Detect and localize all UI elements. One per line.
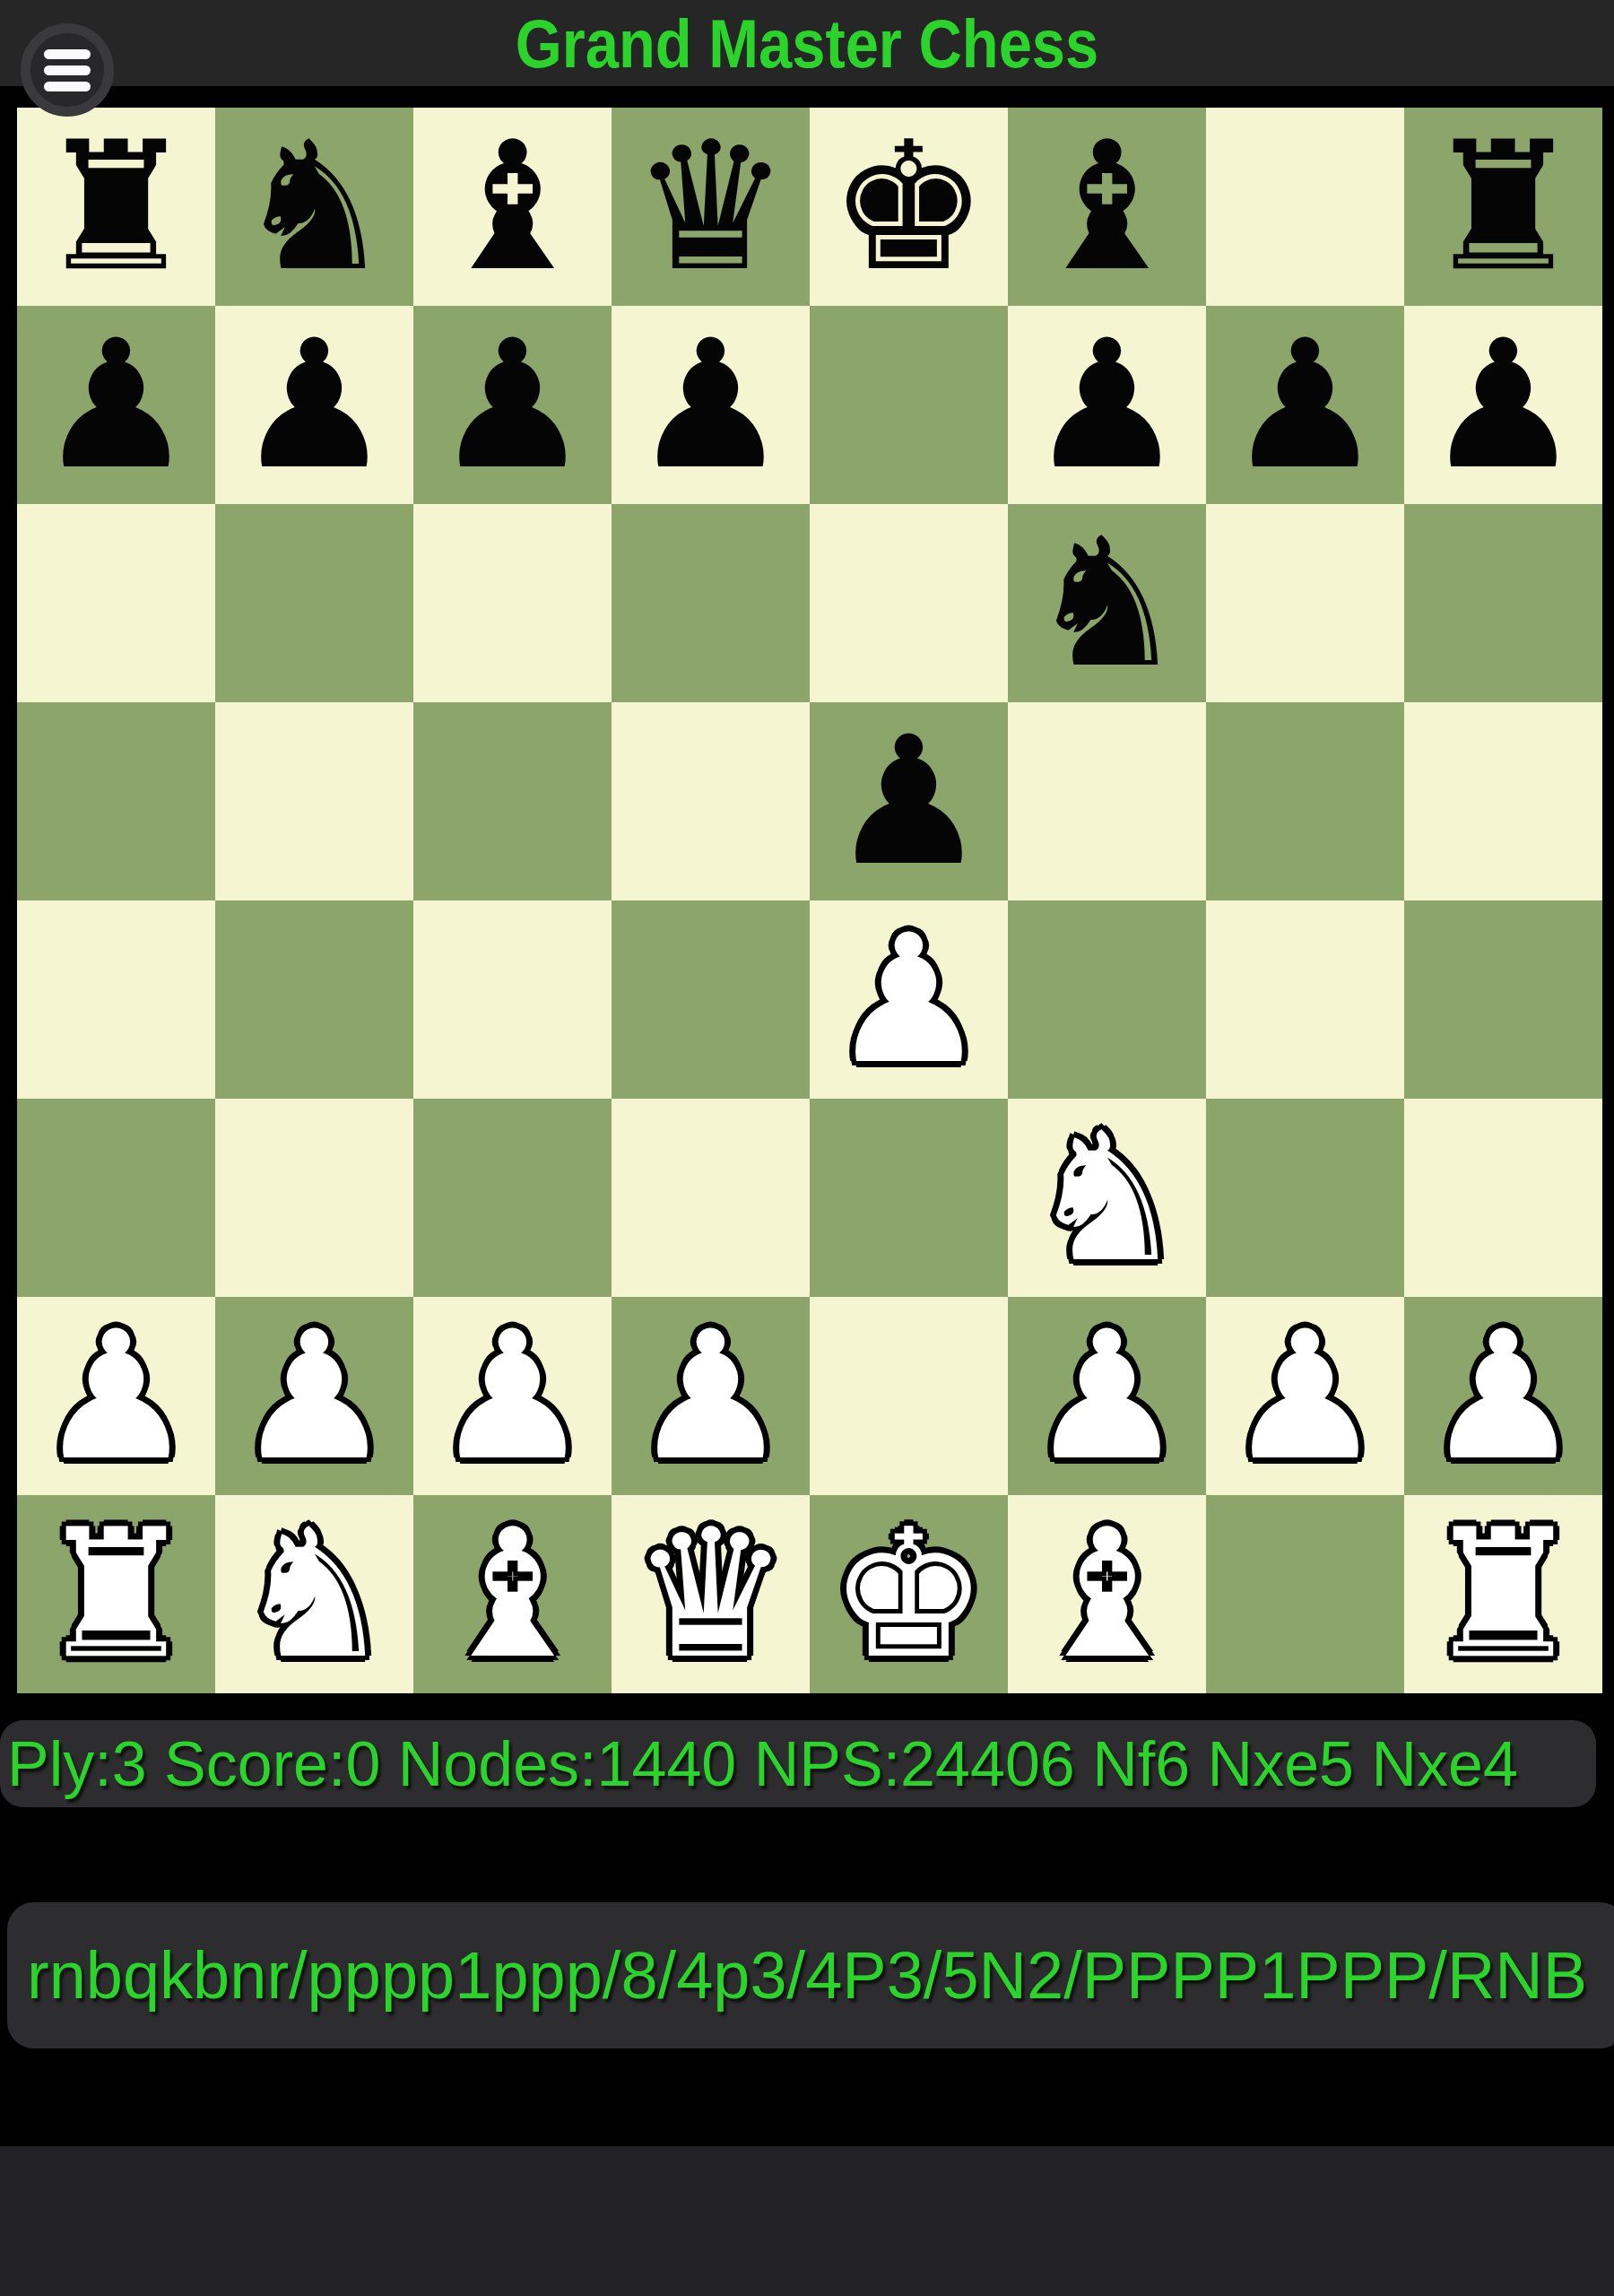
piece-black-pawn: ♟	[235, 306, 395, 504]
square-b6[interactable]	[215, 504, 413, 702]
piece-white-pawn: ♟	[235, 1297, 395, 1495]
piece-black-pawn: ♟	[37, 306, 196, 504]
square-g8[interactable]	[1206, 108, 1404, 306]
square-d8[interactable]: ♛	[612, 108, 810, 306]
square-a3[interactable]	[17, 1099, 215, 1297]
square-d1[interactable]: ♛	[612, 1495, 810, 1693]
square-f7[interactable]: ♟	[1008, 306, 1206, 504]
square-a8[interactable]: ♜	[17, 108, 215, 306]
square-b2[interactable]: ♟	[215, 1297, 413, 1495]
hamburger-bar	[44, 49, 91, 59]
square-e2[interactable]	[810, 1297, 1008, 1495]
piece-white-queen: ♛	[631, 1495, 791, 1693]
square-e1[interactable]: ♚	[810, 1495, 1008, 1693]
square-c1[interactable]: ♝	[413, 1495, 612, 1693]
page-title: Grand Master Chess	[97, 0, 1517, 86]
piece-white-knight: ♞	[235, 1495, 395, 1693]
square-h8[interactable]: ♜	[1404, 108, 1602, 306]
piece-black-pawn: ♟	[433, 306, 593, 504]
square-e4[interactable]: ♟	[810, 900, 1008, 1099]
square-e3[interactable]	[810, 1099, 1008, 1297]
square-a7[interactable]: ♟	[17, 306, 215, 504]
piece-white-king: ♚	[829, 1495, 989, 1693]
hamburger-bar	[44, 65, 91, 75]
piece-white-bishop: ♝	[433, 1495, 593, 1693]
square-f1[interactable]: ♝	[1008, 1495, 1206, 1693]
piece-black-pawn: ♟	[1424, 306, 1584, 504]
square-f4[interactable]	[1008, 900, 1206, 1099]
square-b5[interactable]	[215, 702, 413, 900]
square-g6[interactable]	[1206, 504, 1404, 702]
square-f8[interactable]: ♝	[1008, 108, 1206, 306]
piece-black-knight: ♞	[235, 108, 395, 306]
square-b7[interactable]: ♟	[215, 306, 413, 504]
square-g3[interactable]	[1206, 1099, 1404, 1297]
piece-white-pawn: ♟	[433, 1297, 593, 1495]
piece-black-pawn: ♟	[1226, 306, 1385, 504]
piece-white-pawn: ♟	[1226, 1297, 1385, 1495]
engine-status-text: Ply:3 Score:0 Nodes:1440 NPS:24406 Nf6 N…	[7, 1728, 1518, 1800]
hamburger-menu-icon[interactable]	[21, 23, 114, 117]
square-c2[interactable]: ♟	[413, 1297, 612, 1495]
square-b1[interactable]: ♞	[215, 1495, 413, 1693]
engine-status-bar: Ply:3 Score:0 Nodes:1440 NPS:24406 Nf6 N…	[0, 1720, 1596, 1807]
square-c3[interactable]	[413, 1099, 612, 1297]
piece-black-bishop: ♝	[1028, 108, 1187, 306]
square-h6[interactable]	[1404, 504, 1602, 702]
square-e8[interactable]: ♚	[810, 108, 1008, 306]
fen-input[interactable]: rnbqkbnr/pppp1ppp/8/4p3/4P3/5N2/PPPP1PPP…	[7, 1902, 1614, 2048]
square-e5[interactable]: ♟	[810, 702, 1008, 900]
piece-black-rook: ♜	[37, 108, 196, 306]
square-f5[interactable]	[1008, 702, 1206, 900]
square-f3[interactable]: ♞	[1008, 1099, 1206, 1297]
square-a6[interactable]	[17, 504, 215, 702]
piece-black-king: ♚	[829, 108, 989, 306]
square-c8[interactable]: ♝	[413, 108, 612, 306]
square-h3[interactable]	[1404, 1099, 1602, 1297]
square-b3[interactable]	[215, 1099, 413, 1297]
piece-white-rook: ♜	[37, 1495, 196, 1693]
hamburger-bar	[44, 82, 91, 91]
piece-black-knight: ♞	[1028, 504, 1187, 702]
square-f6[interactable]: ♞	[1008, 504, 1206, 702]
square-d7[interactable]: ♟	[612, 306, 810, 504]
square-e7[interactable]	[810, 306, 1008, 504]
piece-black-pawn: ♟	[1028, 306, 1187, 504]
square-d2[interactable]: ♟	[612, 1297, 810, 1495]
square-g5[interactable]	[1206, 702, 1404, 900]
square-g2[interactable]: ♟	[1206, 1297, 1404, 1495]
chess-board[interactable]: ♜♞♝♛♚♝♜♟♟♟♟♟♟♟♞♟♟♞♟♟♟♟♟♟♟♜♞♝♛♚♝♜	[17, 108, 1602, 1693]
piece-white-pawn: ♟	[37, 1297, 196, 1495]
piece-black-rook: ♜	[1424, 108, 1584, 306]
piece-white-rook: ♜	[1424, 1495, 1584, 1693]
fen-text: rnbqkbnr/pppp1ppp/8/4p3/4P3/5N2/PPPP1PPP…	[27, 1937, 1587, 2013]
square-d5[interactable]	[612, 702, 810, 900]
bottom-band	[0, 2146, 1614, 2296]
square-g4[interactable]	[1206, 900, 1404, 1099]
square-f2[interactable]: ♟	[1008, 1297, 1206, 1495]
square-e6[interactable]	[810, 504, 1008, 702]
piece-black-pawn: ♟	[829, 702, 989, 900]
square-h5[interactable]	[1404, 702, 1602, 900]
square-d3[interactable]	[612, 1099, 810, 1297]
square-g7[interactable]: ♟	[1206, 306, 1404, 504]
square-b4[interactable]	[215, 900, 413, 1099]
square-c6[interactable]	[413, 504, 612, 702]
piece-white-bishop: ♝	[1028, 1495, 1187, 1693]
square-h7[interactable]: ♟	[1404, 306, 1602, 504]
square-a1[interactable]: ♜	[17, 1495, 215, 1693]
piece-black-pawn: ♟	[631, 306, 791, 504]
square-h2[interactable]: ♟	[1404, 1297, 1602, 1495]
square-g1[interactable]	[1206, 1495, 1404, 1693]
square-d4[interactable]	[612, 900, 810, 1099]
square-h1[interactable]: ♜	[1404, 1495, 1602, 1693]
square-d6[interactable]	[612, 504, 810, 702]
square-c5[interactable]	[413, 702, 612, 900]
square-c4[interactable]	[413, 900, 612, 1099]
square-a5[interactable]	[17, 702, 215, 900]
piece-black-bishop: ♝	[433, 108, 593, 306]
piece-white-knight: ♞	[1028, 1099, 1187, 1297]
piece-white-pawn: ♟	[1028, 1297, 1187, 1495]
piece-white-pawn: ♟	[1424, 1297, 1584, 1495]
square-a2[interactable]: ♟	[17, 1297, 215, 1495]
piece-white-pawn: ♟	[631, 1297, 791, 1495]
square-a4[interactable]	[17, 900, 215, 1099]
square-c7[interactable]: ♟	[413, 306, 612, 504]
piece-black-queen: ♛	[631, 108, 791, 306]
square-h4[interactable]	[1404, 900, 1602, 1099]
square-b8[interactable]: ♞	[215, 108, 413, 306]
piece-white-pawn: ♟	[829, 900, 989, 1099]
